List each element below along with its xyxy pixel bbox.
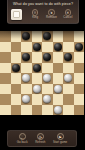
- board-square-r0c7[interactable]: [74, 31, 85, 42]
- board-square-r3c3[interactable]: [32, 63, 43, 74]
- black-man-piece[interactable]: [43, 32, 51, 40]
- checkers-board: [0, 31, 84, 115]
- board-square-r0c5[interactable]: [53, 31, 64, 42]
- board-square-r6c6[interactable]: [63, 94, 74, 105]
- board-square-r7c3[interactable]: [32, 105, 43, 116]
- board-square-r3c1[interactable]: [11, 63, 22, 74]
- start-game-label: Start game: [53, 141, 67, 144]
- board-square-r6c1[interactable]: [11, 94, 22, 105]
- board-square-r5c6[interactable]: [63, 84, 74, 95]
- board-square-r3c6[interactable]: [63, 63, 74, 74]
- board-square-r6c4[interactable]: [42, 94, 53, 105]
- board-square-r3c5[interactable]: [53, 63, 64, 74]
- board-square-r2c0[interactable]: [0, 52, 11, 63]
- board-square-r4c6[interactable]: [63, 73, 74, 84]
- dialog-button-remove-label: Remove: [46, 16, 57, 19]
- board-square-r4c5[interactable]: [53, 73, 64, 84]
- board-square-r1c3[interactable]: [32, 42, 43, 53]
- board-square-r4c1[interactable]: [11, 73, 22, 84]
- board-square-r6c5[interactable]: [53, 94, 64, 105]
- board-square-r3c7[interactable]: [74, 63, 85, 74]
- board-square-r2c2[interactable]: [21, 52, 32, 63]
- board-square-r5c7[interactable]: [74, 84, 85, 95]
- bottom-toolbar: ← Go back ⟳ Refresh ⚑ Start game: [7, 130, 77, 147]
- board-square-r3c4[interactable]: [42, 63, 53, 74]
- board-square-r2c3[interactable]: [32, 52, 43, 63]
- board-square-r3c2[interactable]: [21, 63, 32, 74]
- dialog-button-king-label: King: [32, 16, 38, 19]
- dialog-button-cancel-label: Cancel: [63, 16, 72, 19]
- black-man-piece[interactable]: [33, 43, 41, 51]
- white-man-piece[interactable]: [22, 74, 30, 82]
- selected-piece-preview[interactable]: [11, 9, 22, 20]
- board-square-r1c6[interactable]: [63, 42, 74, 53]
- board-square-r2c6[interactable]: [63, 52, 74, 63]
- board-square-r5c4[interactable]: [42, 84, 53, 95]
- black-man-piece[interactable]: [33, 64, 41, 72]
- board-square-r0c6[interactable]: [63, 31, 74, 42]
- board-square-r2c1[interactable]: [11, 52, 22, 63]
- black-man-piece[interactable]: [22, 32, 30, 40]
- piece-action-dialog: What do you want to do with piece? ♕ Kin…: [7, 0, 79, 24]
- board-square-r7c1[interactable]: [11, 105, 22, 116]
- board-square-r4c4[interactable]: [42, 73, 53, 84]
- board-square-r1c2[interactable]: [21, 42, 32, 53]
- dialog-title: What do you want to do with piece?: [8, 2, 78, 7]
- dialog-button-king[interactable]: ♕ King: [27, 9, 43, 19]
- dialog-buttons-row: ♕ King ● Remove ✕ Cancel: [11, 7, 76, 22]
- black-man-piece[interactable]: [64, 53, 72, 61]
- board-square-r0c2[interactable]: [21, 31, 32, 42]
- black-man-piece[interactable]: [54, 43, 62, 51]
- refresh-label: Refresh: [35, 141, 45, 144]
- white-man-piece[interactable]: [43, 95, 51, 103]
- board-square-r4c0[interactable]: [0, 73, 11, 84]
- board-square-r2c5[interactable]: [53, 52, 64, 63]
- black-man-piece[interactable]: [22, 53, 30, 61]
- dialog-button-remove[interactable]: ● Remove: [43, 9, 59, 19]
- board-square-r5c3[interactable]: [32, 84, 43, 95]
- preview-square-icon: [13, 11, 20, 18]
- board-square-r6c0[interactable]: [0, 94, 11, 105]
- board-square-r6c7[interactable]: [74, 94, 85, 105]
- board-square-r5c1[interactable]: [11, 84, 22, 95]
- board-square-r4c3[interactable]: [32, 73, 43, 84]
- board-square-r4c2[interactable]: [21, 73, 32, 84]
- board-square-r4c7[interactable]: [74, 73, 85, 84]
- board-square-r6c3[interactable]: [32, 94, 43, 105]
- white-man-piece[interactable]: [54, 106, 62, 114]
- white-man-piece[interactable]: [33, 85, 41, 93]
- board-square-r1c0[interactable]: [0, 42, 11, 53]
- board-square-r1c1[interactable]: [11, 42, 22, 53]
- board-square-r7c5[interactable]: [53, 105, 64, 116]
- board-square-r0c0[interactable]: [0, 31, 11, 42]
- board-square-r2c7[interactable]: [74, 52, 85, 63]
- board-square-r0c4[interactable]: [42, 31, 53, 42]
- board-square-r7c6[interactable]: [63, 105, 74, 116]
- board-square-r0c3[interactable]: [32, 31, 43, 42]
- board-square-r7c2[interactable]: [21, 105, 32, 116]
- black-man-piece[interactable]: [12, 64, 20, 72]
- board-square-r5c0[interactable]: [0, 84, 11, 95]
- board-square-r5c5[interactable]: [53, 84, 64, 95]
- board-square-r1c7[interactable]: [74, 42, 85, 53]
- board-square-r7c0[interactable]: [0, 105, 11, 116]
- board-square-r1c4[interactable]: [42, 42, 53, 53]
- white-man-piece[interactable]: [54, 85, 62, 93]
- board-square-r7c7[interactable]: [74, 105, 85, 116]
- board-square-r0c1[interactable]: [11, 31, 22, 42]
- white-man-piece[interactable]: [22, 95, 30, 103]
- board-square-r6c2[interactable]: [21, 94, 32, 105]
- white-man-piece[interactable]: [43, 74, 51, 82]
- black-man-piece[interactable]: [75, 43, 83, 51]
- go-back-label: Go back: [17, 141, 28, 144]
- dialog-button-cancel[interactable]: ✕ Cancel: [60, 9, 76, 19]
- black-man-piece[interactable]: [43, 53, 51, 61]
- white-man-piece[interactable]: [64, 74, 72, 82]
- board-square-r5c2[interactable]: [21, 84, 32, 95]
- start-game-button[interactable]: ⚑ Start game: [53, 133, 67, 144]
- board-square-r1c5[interactable]: [53, 42, 64, 53]
- board-square-r2c4[interactable]: [42, 52, 53, 63]
- go-back-button[interactable]: ← Go back: [17, 133, 28, 144]
- refresh-button[interactable]: ⟳ Refresh: [35, 133, 45, 144]
- board-square-r3c0[interactable]: [0, 63, 11, 74]
- board-square-r7c4[interactable]: [42, 105, 53, 116]
